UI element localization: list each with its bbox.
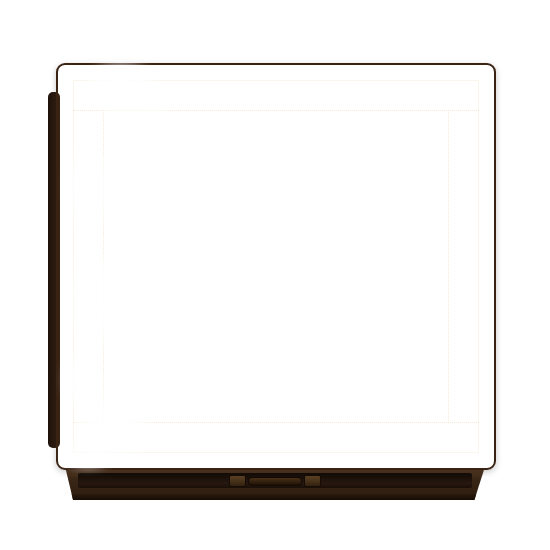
mosaic-border-top [73, 80, 479, 111]
chess-board [103, 110, 449, 423]
mosaic-border-left [73, 110, 104, 423]
chess-board-photo [0, 0, 550, 550]
box-bottom-lip [68, 494, 482, 500]
latch-bar [248, 477, 302, 486]
mosaic-frame [73, 80, 479, 453]
board-inner-frame [103, 110, 449, 423]
mosaic-border-right [448, 110, 479, 423]
hinge-plate-left [229, 475, 246, 487]
latch-assembly [229, 474, 321, 488]
mosaic-border-bottom [73, 422, 479, 453]
hinge-plate-right [304, 475, 321, 487]
box-front-side [62, 468, 488, 500]
box-top-surface [56, 63, 496, 470]
